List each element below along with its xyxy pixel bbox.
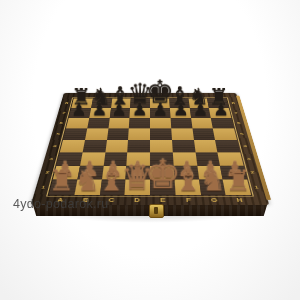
rank-label-8: 8 bbox=[65, 102, 69, 105]
rank-label-4: 4 bbox=[243, 144, 247, 147]
square-e6 bbox=[150, 118, 171, 129]
black-pawn: ♟ bbox=[152, 100, 168, 118]
black-pawn: ♟ bbox=[112, 100, 128, 118]
square-c5 bbox=[107, 129, 129, 140]
square-a4 bbox=[60, 140, 85, 152]
square-b4 bbox=[82, 140, 106, 152]
square-h7: ♟ bbox=[209, 108, 231, 118]
square-h5 bbox=[213, 129, 237, 140]
file-label-h: H bbox=[226, 197, 253, 202]
rank-label-7: 7 bbox=[62, 111, 66, 114]
rank-label-8: 8 bbox=[231, 102, 235, 105]
square-g5 bbox=[192, 129, 215, 140]
square-f6 bbox=[170, 118, 192, 129]
black-pawn: ♟ bbox=[71, 100, 87, 118]
square-c7: ♟ bbox=[109, 108, 130, 118]
square-e7: ♟ bbox=[150, 108, 170, 118]
rank-label-3: 3 bbox=[246, 157, 251, 161]
square-c6 bbox=[108, 118, 130, 129]
square-g6 bbox=[191, 118, 213, 129]
board-grid: ♜♞♝♛♚♝♞♜♟♟♟♟♟♟♟♟♟♟♟♟♟♟♟♟♜♞♝♛♚♝♞♜ bbox=[49, 98, 251, 195]
square-a1: ♜ bbox=[49, 180, 77, 195]
black-pawn: ♟ bbox=[173, 100, 189, 118]
square-b6 bbox=[87, 118, 109, 129]
square-h6 bbox=[211, 118, 234, 129]
white-rook: ♜ bbox=[226, 166, 252, 195]
rank-label-4: 4 bbox=[53, 144, 57, 147]
rank-label-5: 5 bbox=[56, 133, 60, 136]
rank-label-6: 6 bbox=[59, 122, 63, 125]
square-a6 bbox=[66, 118, 89, 129]
square-g4 bbox=[194, 140, 218, 152]
rank-label-6: 6 bbox=[237, 122, 241, 125]
square-h4 bbox=[215, 140, 240, 152]
brass-clasp-icon bbox=[149, 204, 164, 218]
rank-label-7: 7 bbox=[234, 111, 238, 114]
rank-label-5: 5 bbox=[240, 133, 244, 136]
square-a5 bbox=[63, 129, 87, 140]
watermark-text: 4ydo-podarok.ru bbox=[13, 197, 109, 211]
black-pawn: ♟ bbox=[91, 100, 107, 118]
square-d6 bbox=[129, 118, 150, 129]
white-bishop: ♝ bbox=[174, 164, 202, 195]
file-label-g: G bbox=[201, 197, 227, 202]
file-label-f: F bbox=[175, 197, 201, 202]
black-pawn: ♟ bbox=[213, 100, 229, 118]
square-b5 bbox=[85, 129, 108, 140]
file-label-d: D bbox=[124, 197, 150, 202]
square-a7: ♟ bbox=[69, 108, 91, 118]
white-knight: ♞ bbox=[74, 166, 100, 195]
square-e5 bbox=[150, 129, 172, 140]
black-pawn: ♟ bbox=[193, 100, 209, 118]
square-d5 bbox=[128, 129, 150, 140]
square-c4 bbox=[105, 140, 128, 152]
square-g7: ♟ bbox=[189, 108, 211, 118]
chess-board: ♜♞♝♛♚♝♞♜♟♟♟♟♟♟♟♟♟♟♟♟♟♟♟♟♜♞♝♛♚♝♞♜ ABCDEFG… bbox=[31, 93, 269, 205]
chess-set-photo: ♜♞♝♛♚♝♞♜♟♟♟♟♟♟♟♟♟♟♟♟♟♟♟♟♜♞♝♛♚♝♞♜ ABCDEFG… bbox=[0, 0, 300, 300]
square-h1: ♜ bbox=[223, 180, 251, 195]
rank-label-3: 3 bbox=[49, 157, 54, 161]
square-e1: ♚ bbox=[150, 180, 175, 195]
rank-label-1: 1 bbox=[41, 185, 46, 189]
white-rook: ♜ bbox=[48, 166, 74, 195]
file-label-e: E bbox=[150, 197, 176, 202]
black-pawn: ♟ bbox=[132, 100, 148, 118]
square-f5 bbox=[171, 129, 193, 140]
white-knight: ♞ bbox=[200, 166, 226, 195]
square-d7: ♟ bbox=[130, 108, 150, 118]
square-g1: ♞ bbox=[199, 180, 226, 195]
square-b7: ♟ bbox=[89, 108, 111, 118]
square-f1: ♝ bbox=[174, 180, 200, 195]
square-f7: ♟ bbox=[170, 108, 191, 118]
rank-label-1: 1 bbox=[254, 185, 259, 189]
